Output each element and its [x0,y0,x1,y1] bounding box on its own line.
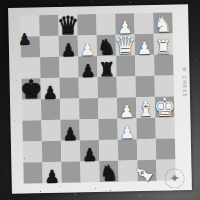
piece-white-pawn[interactable]: ♟ [119,103,135,120]
square-b5[interactable]: ♟ [41,78,60,99]
square-b3[interactable] [41,120,60,141]
chessboard: ♛♟♞♟♟♞♛♟♜♟♜♚♟♟♝♚♟♟♟♟♞♝✦ ® CHESS [8,4,192,194]
piece-black-pawn[interactable]: ♟ [61,41,77,58]
piece-white-knight[interactable]: ♞ [153,14,172,35]
piece-white-queen[interactable]: ♛ [114,32,137,57]
piece-black-queen[interactable]: ♛ [56,12,79,37]
square-c4[interactable] [60,98,79,119]
square-e4[interactable] [98,98,117,119]
square-a3[interactable] [22,120,41,141]
square-b2[interactable] [42,141,61,162]
square-e8[interactable] [96,14,115,35]
piece-black-pawn[interactable]: ♟ [82,146,98,163]
piece-black-pawn[interactable]: ♟ [62,125,78,142]
piece-white-bishop[interactable]: ♝ [131,161,159,188]
square-g1[interactable]: ♝ [137,160,156,181]
square-e6[interactable]: ♜ [97,56,116,77]
photo-background: ♛♟♞♟♟♞♛♟♜♟♜♚♟♟♝♚♟♟♟♟♞♝✦ ® CHESS ♟ [0,0,200,200]
square-e2[interactable] [99,140,118,161]
square-g8[interactable] [134,13,153,34]
square-a1[interactable] [23,162,42,183]
photo-noise [0,0,1,1]
compass-rose-emblem-icon: ✦ [164,168,184,188]
square-d3[interactable] [79,119,98,140]
square-c3[interactable]: ♟ [60,119,79,140]
piece-black-rook[interactable]: ♜ [98,60,115,79]
square-h2[interactable] [156,138,175,159]
square-c1[interactable] [61,161,80,182]
off-board-black-pawn-icon[interactable]: ♟ [18,32,32,48]
square-f5[interactable] [117,76,136,97]
piece-black-pawn[interactable]: ♟ [44,168,60,185]
square-e3[interactable] [98,119,117,140]
piece-black-pawn[interactable]: ♟ [43,84,59,101]
piece-white-king[interactable]: ♚ [153,94,176,119]
square-a2[interactable] [23,141,42,162]
square-h7[interactable]: ♜ [154,33,173,54]
square-f7[interactable]: ♛ [116,34,135,55]
piece-black-pawn[interactable]: ♟ [80,62,96,79]
square-g5[interactable] [136,76,155,97]
square-h1[interactable]: ✦ [156,159,175,180]
square-b6[interactable] [40,57,59,78]
square-f4[interactable]: ♟ [117,97,136,118]
square-c5[interactable] [60,77,79,98]
piece-black-knight[interactable]: ♞ [99,163,118,184]
square-c8[interactable]: ♛ [58,14,77,35]
square-b1[interactable]: ♟ [42,162,61,183]
square-a5[interactable]: ♚ [22,78,41,99]
square-d4[interactable] [79,98,98,119]
square-e1[interactable]: ♞ [99,161,118,182]
piece-white-pawn[interactable]: ♟ [80,41,96,58]
square-g7[interactable]: ♟ [135,34,154,55]
piece-black-king[interactable]: ♚ [20,76,43,101]
square-d7[interactable]: ♟ [78,35,97,56]
square-g2[interactable] [137,139,156,160]
square-d8[interactable] [77,14,96,35]
board-grid: ♛♟♞♟♟♞♛♟♜♟♜♚♟♟♝♚♟♟♟♟♞♝✦ [20,12,175,183]
piece-white-pawn[interactable]: ♟ [119,124,135,141]
piece-white-rook[interactable]: ♜ [155,37,172,56]
square-h8[interactable]: ♞ [153,12,172,33]
board-brand-text: ® CHESS [181,66,188,97]
piece-white-pawn[interactable]: ♟ [137,40,153,57]
square-h4[interactable]: ♚ [155,96,174,117]
square-d2[interactable]: ♟ [80,140,99,161]
